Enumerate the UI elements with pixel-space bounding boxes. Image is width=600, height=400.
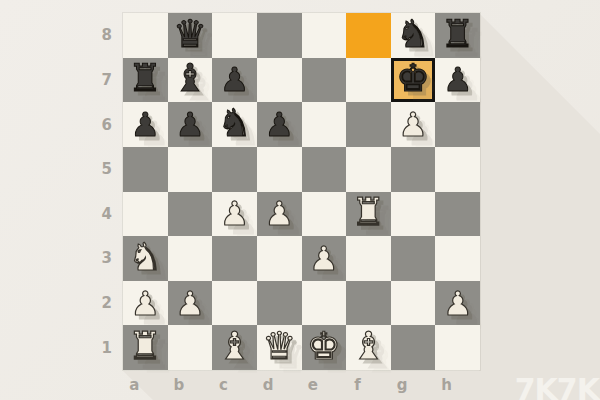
square-h8[interactable]: ♜ xyxy=(435,13,480,58)
square-b7[interactable]: ♝ xyxy=(168,58,213,103)
piece-white-pawn[interactable]: ♟ xyxy=(398,108,428,141)
square-a4[interactable] xyxy=(123,192,168,237)
file-label-c: c xyxy=(201,372,246,398)
watermark: 7K7K xyxy=(515,375,599,400)
piece-white-rook[interactable]: ♜ xyxy=(128,327,162,365)
square-a3[interactable]: ♞ xyxy=(123,236,168,281)
square-h7[interactable]: ♟ xyxy=(435,58,480,103)
square-e4[interactable] xyxy=(302,192,347,237)
square-f7[interactable] xyxy=(346,58,391,103)
square-h2[interactable]: ♟ xyxy=(435,281,480,326)
square-a8[interactable] xyxy=(123,13,168,58)
square-b1[interactable] xyxy=(168,325,213,370)
piece-black-rook[interactable]: ♜ xyxy=(128,59,162,97)
square-e5[interactable] xyxy=(302,147,347,192)
square-g7[interactable]: ♚ xyxy=(391,58,436,103)
piece-black-pawn[interactable]: ♟ xyxy=(131,108,161,141)
square-e6[interactable] xyxy=(302,102,347,147)
square-f4[interactable]: ♜ xyxy=(346,192,391,237)
piece-black-queen[interactable]: ♛ xyxy=(173,15,207,53)
square-b8[interactable]: ♛ xyxy=(168,13,213,58)
piece-white-rook[interactable]: ♜ xyxy=(351,193,385,231)
square-b4[interactable] xyxy=(168,192,213,237)
file-label-e: e xyxy=(291,372,336,398)
piece-black-pawn[interactable]: ♟ xyxy=(175,108,205,141)
square-e2[interactable] xyxy=(302,281,347,326)
piece-white-queen[interactable]: ♛ xyxy=(262,327,296,365)
square-h6[interactable] xyxy=(435,102,480,147)
game-screen: 87654321 abcdefgh ♛♞♜♜♝♟♚♟♟♟♞♟♟♟♟♜♞♟♟♟♟♜… xyxy=(0,0,600,400)
square-a5[interactable] xyxy=(123,147,168,192)
square-e3[interactable]: ♟ xyxy=(302,236,347,281)
square-d7[interactable] xyxy=(257,58,302,103)
rank-label-6: 6 xyxy=(86,102,112,147)
square-f8[interactable] xyxy=(346,13,391,58)
square-d6[interactable]: ♟ xyxy=(257,102,302,147)
square-b6[interactable]: ♟ xyxy=(168,102,213,147)
chess-board: ♛♞♜♜♝♟♚♟♟♟♞♟♟♟♟♜♞♟♟♟♟♜♝♛♚♝ xyxy=(123,13,480,370)
piece-black-pawn[interactable]: ♟ xyxy=(443,63,473,96)
square-g3[interactable] xyxy=(391,236,436,281)
square-e8[interactable] xyxy=(302,13,347,58)
square-f6[interactable] xyxy=(346,102,391,147)
square-d1[interactable]: ♛ xyxy=(257,325,302,370)
square-f5[interactable] xyxy=(346,147,391,192)
square-b3[interactable] xyxy=(168,236,213,281)
square-d3[interactable] xyxy=(257,236,302,281)
rank-label-2: 2 xyxy=(86,281,112,326)
rank-label-8: 8 xyxy=(86,13,112,58)
piece-white-pawn[interactable]: ♟ xyxy=(175,287,205,320)
piece-black-pawn[interactable]: ♟ xyxy=(220,63,250,96)
square-g1[interactable] xyxy=(391,325,436,370)
piece-black-rook[interactable]: ♜ xyxy=(441,15,475,53)
file-label-g: g xyxy=(380,372,425,398)
square-f1[interactable]: ♝ xyxy=(346,325,391,370)
square-b5[interactable] xyxy=(168,147,213,192)
piece-white-pawn[interactable]: ♟ xyxy=(309,242,339,275)
piece-black-king[interactable]: ♚ xyxy=(396,59,430,97)
piece-black-knight[interactable]: ♞ xyxy=(396,15,430,53)
square-h3[interactable] xyxy=(435,236,480,281)
piece-white-pawn[interactable]: ♟ xyxy=(264,197,294,230)
file-label-h: h xyxy=(424,372,469,398)
piece-black-pawn[interactable]: ♟ xyxy=(264,108,294,141)
square-c5[interactable] xyxy=(212,147,257,192)
square-f2[interactable] xyxy=(346,281,391,326)
square-c1[interactable]: ♝ xyxy=(212,325,257,370)
square-c4[interactable]: ♟ xyxy=(212,192,257,237)
square-g4[interactable] xyxy=(391,192,436,237)
square-d2[interactable] xyxy=(257,281,302,326)
square-d8[interactable] xyxy=(257,13,302,58)
square-d5[interactable] xyxy=(257,147,302,192)
rank-label-4: 4 xyxy=(86,192,112,237)
piece-white-knight[interactable]: ♞ xyxy=(128,238,162,276)
piece-white-pawn[interactable]: ♟ xyxy=(220,197,250,230)
square-d4[interactable]: ♟ xyxy=(257,192,302,237)
square-h5[interactable] xyxy=(435,147,480,192)
square-e1[interactable]: ♚ xyxy=(302,325,347,370)
file-label-f: f xyxy=(335,372,380,398)
square-g8[interactable]: ♞ xyxy=(391,13,436,58)
file-label-d: d xyxy=(246,372,291,398)
rank-label-5: 5 xyxy=(86,147,112,192)
square-c8[interactable] xyxy=(212,13,257,58)
square-a1[interactable]: ♜ xyxy=(123,325,168,370)
square-a7[interactable]: ♜ xyxy=(123,58,168,103)
file-label-a: a xyxy=(112,372,157,398)
piece-black-knight[interactable]: ♞ xyxy=(218,104,252,142)
square-f3[interactable] xyxy=(346,236,391,281)
square-e7[interactable] xyxy=(302,58,347,103)
square-c6[interactable]: ♞ xyxy=(212,102,257,147)
rank-label-3: 3 xyxy=(86,236,112,281)
square-h4[interactable] xyxy=(435,192,480,237)
piece-white-pawn[interactable]: ♟ xyxy=(443,287,473,320)
square-a2[interactable]: ♟ xyxy=(123,281,168,326)
piece-black-bishop[interactable]: ♝ xyxy=(173,59,207,97)
square-g5[interactable] xyxy=(391,147,436,192)
square-c2[interactable] xyxy=(212,281,257,326)
file-label-b: b xyxy=(157,372,202,398)
rank-label-7: 7 xyxy=(86,58,112,103)
piece-white-bishop[interactable]: ♝ xyxy=(218,327,252,365)
piece-white-king[interactable]: ♚ xyxy=(307,327,341,365)
square-h1[interactable] xyxy=(435,325,480,370)
square-b2[interactable]: ♟ xyxy=(168,281,213,326)
piece-white-bishop[interactable]: ♝ xyxy=(351,327,385,365)
piece-white-pawn[interactable]: ♟ xyxy=(131,287,161,320)
square-c7[interactable]: ♟ xyxy=(212,58,257,103)
square-g2[interactable] xyxy=(391,281,436,326)
square-c3[interactable] xyxy=(212,236,257,281)
rank-label-1: 1 xyxy=(86,325,112,370)
square-g6[interactable]: ♟ xyxy=(391,102,436,147)
square-a6[interactable]: ♟ xyxy=(123,102,168,147)
